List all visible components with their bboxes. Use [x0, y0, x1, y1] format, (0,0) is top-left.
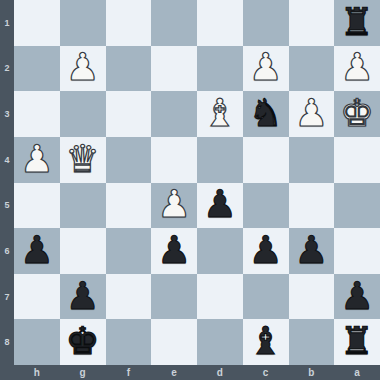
square-d8[interactable]: [197, 319, 243, 365]
square-a1[interactable]: ♜: [334, 0, 380, 46]
square-b2[interactable]: [289, 46, 335, 92]
file-label-a: a: [334, 365, 380, 380]
square-d6[interactable]: [197, 228, 243, 274]
square-g7[interactable]: ♟: [60, 274, 106, 320]
white-king[interactable]: ♚: [340, 94, 374, 132]
square-e8[interactable]: [151, 319, 197, 365]
square-a5[interactable]: [334, 183, 380, 229]
file-label-e: e: [151, 365, 197, 380]
square-c2[interactable]: ♟: [243, 46, 289, 92]
square-d7[interactable]: [197, 274, 243, 320]
rank-label-6: 6: [0, 228, 14, 274]
square-g2[interactable]: ♟: [60, 46, 106, 92]
square-b8[interactable]: [289, 319, 335, 365]
square-e6[interactable]: ♟: [151, 228, 197, 274]
square-f2[interactable]: [106, 46, 152, 92]
square-c5[interactable]: [243, 183, 289, 229]
black-bishop[interactable]: ♝: [249, 322, 283, 360]
white-pawn[interactable]: ♟: [294, 94, 328, 132]
square-e2[interactable]: [151, 46, 197, 92]
black-pawn[interactable]: ♟: [203, 185, 237, 223]
square-b3[interactable]: ♟: [289, 91, 335, 137]
square-h1[interactable]: [14, 0, 60, 46]
square-f7[interactable]: [106, 274, 152, 320]
square-c1[interactable]: [243, 0, 289, 46]
square-b1[interactable]: [289, 0, 335, 46]
black-knight[interactable]: ♞: [249, 94, 283, 132]
black-pawn[interactable]: ♟: [249, 231, 283, 269]
square-c6[interactable]: ♟: [243, 228, 289, 274]
square-h6[interactable]: ♟: [14, 228, 60, 274]
white-pawn[interactable]: ♟: [66, 48, 100, 86]
square-d2[interactable]: [197, 46, 243, 92]
square-h5[interactable]: [14, 183, 60, 229]
square-d5[interactable]: ♟: [197, 183, 243, 229]
square-c3[interactable]: ♞: [243, 91, 289, 137]
file-label-f: f: [106, 365, 152, 380]
chess-board: 1♜2♟♟♟3♝♞♟♚4♟♛5♟♟6♟♟♟♟7♟♟8♚♝♜hgfedcba: [0, 0, 380, 380]
square-h2[interactable]: [14, 46, 60, 92]
square-g4[interactable]: ♛: [60, 137, 106, 183]
chess-app: 1♜2♟♟♟3♝♞♟♚4♟♛5♟♟6♟♟♟♟7♟♟8♚♝♜hgfedcba: [0, 0, 380, 380]
square-c8[interactable]: ♝: [243, 319, 289, 365]
square-b4[interactable]: [289, 137, 335, 183]
rank-label-3: 3: [0, 91, 14, 137]
square-f5[interactable]: [106, 183, 152, 229]
square-g6[interactable]: [60, 228, 106, 274]
square-b6[interactable]: ♟: [289, 228, 335, 274]
square-g8[interactable]: ♚: [60, 319, 106, 365]
square-g1[interactable]: [60, 0, 106, 46]
file-label-c: c: [243, 365, 289, 380]
white-pawn[interactable]: ♟: [20, 140, 54, 178]
square-a4[interactable]: [334, 137, 380, 183]
black-pawn[interactable]: ♟: [340, 277, 374, 315]
file-label-h: h: [14, 365, 60, 380]
square-a7[interactable]: ♟: [334, 274, 380, 320]
square-a6[interactable]: [334, 228, 380, 274]
rank-label-2: 2: [0, 46, 14, 92]
white-pawn[interactable]: ♟: [157, 185, 191, 223]
square-f8[interactable]: [106, 319, 152, 365]
black-pawn[interactable]: ♟: [294, 231, 328, 269]
square-c4[interactable]: [243, 137, 289, 183]
square-f4[interactable]: [106, 137, 152, 183]
board-frame-corner: [0, 365, 14, 380]
square-e3[interactable]: [151, 91, 197, 137]
black-king[interactable]: ♚: [66, 322, 100, 360]
square-g5[interactable]: [60, 183, 106, 229]
square-f6[interactable]: [106, 228, 152, 274]
square-f3[interactable]: [106, 91, 152, 137]
square-h7[interactable]: [14, 274, 60, 320]
square-a2[interactable]: ♟: [334, 46, 380, 92]
square-h4[interactable]: ♟: [14, 137, 60, 183]
square-d1[interactable]: [197, 0, 243, 46]
black-pawn[interactable]: ♟: [20, 231, 54, 269]
rank-label-4: 4: [0, 137, 14, 183]
rank-label-5: 5: [0, 183, 14, 229]
black-pawn[interactable]: ♟: [66, 277, 100, 315]
file-label-d: d: [197, 365, 243, 380]
square-c7[interactable]: [243, 274, 289, 320]
rank-label-1: 1: [0, 0, 14, 46]
black-rook[interactable]: ♜: [340, 3, 374, 41]
square-h3[interactable]: [14, 91, 60, 137]
square-h8[interactable]: [14, 319, 60, 365]
white-pawn[interactable]: ♟: [340, 48, 374, 86]
square-g3[interactable]: [60, 91, 106, 137]
white-queen[interactable]: ♛: [66, 140, 100, 178]
white-bishop[interactable]: ♝: [203, 94, 237, 132]
black-rook[interactable]: ♜: [340, 322, 374, 360]
square-a8[interactable]: ♜: [334, 319, 380, 365]
square-d4[interactable]: [197, 137, 243, 183]
square-d3[interactable]: ♝: [197, 91, 243, 137]
square-e7[interactable]: [151, 274, 197, 320]
rank-label-8: 8: [0, 319, 14, 365]
square-f1[interactable]: [106, 0, 152, 46]
file-label-g: g: [60, 365, 106, 380]
square-b7[interactable]: [289, 274, 335, 320]
file-label-b: b: [289, 365, 335, 380]
square-b5[interactable]: [289, 183, 335, 229]
square-a3[interactable]: ♚: [334, 91, 380, 137]
white-pawn[interactable]: ♟: [249, 48, 283, 86]
rank-label-7: 7: [0, 274, 14, 320]
black-pawn[interactable]: ♟: [157, 231, 191, 269]
square-e5[interactable]: ♟: [151, 183, 197, 229]
square-e1[interactable]: [151, 0, 197, 46]
square-e4[interactable]: [151, 137, 197, 183]
